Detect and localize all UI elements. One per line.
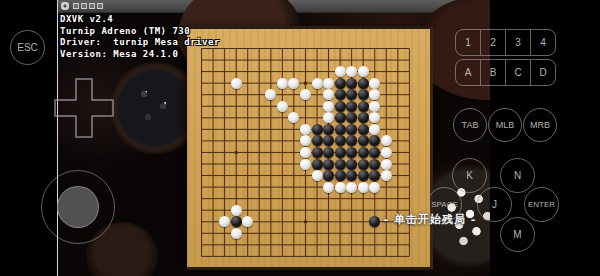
m-button[interactable]: M: [500, 217, 535, 252]
n-button[interactable]: N: [500, 158, 535, 193]
white-stone: [381, 170, 392, 181]
space-button[interactable]: SPACE: [427, 187, 462, 222]
titlebar-square-icon[interactable]: [89, 3, 95, 9]
button-2[interactable]: 2: [480, 30, 505, 55]
white-stone: [335, 182, 346, 193]
black-stone: [346, 147, 357, 158]
black-stone: [335, 159, 346, 170]
titlebar-square-icon[interactable]: [73, 3, 79, 9]
go-board[interactable]: - 单击开始残局 -: [187, 26, 433, 270]
white-stone: [323, 78, 334, 89]
button-1[interactable]: 1: [456, 30, 480, 55]
black-stone: [358, 147, 369, 158]
esc-button[interactable]: ESC: [10, 30, 45, 65]
game-window: - 单击开始残局 - DXVK v2.4Turnip Adreno (TM) 7…: [57, 0, 490, 276]
j-button[interactable]: J: [477, 187, 512, 222]
button-a[interactable]: A: [456, 60, 480, 85]
black-stone: [231, 216, 242, 227]
white-stone: [312, 170, 323, 181]
black-stone: [346, 78, 357, 89]
hoshi-point: [304, 220, 308, 224]
black-stone: [358, 159, 369, 170]
button-b[interactable]: B: [480, 60, 505, 85]
hud-line: Turnip Adreno (TM) 730: [60, 26, 220, 38]
white-stone: [323, 182, 334, 193]
white-stone: [358, 182, 369, 193]
white-stone: [312, 78, 323, 89]
tab-button[interactable]: TAB: [453, 108, 487, 142]
white-stone: [231, 78, 242, 89]
white-stone: [277, 78, 288, 89]
black-stone: [358, 170, 369, 181]
black-stone: [358, 112, 369, 123]
white-stone: [369, 182, 380, 193]
black-stone: [358, 124, 369, 135]
white-stone: [346, 182, 357, 193]
hoshi-point: [234, 151, 238, 155]
letter-button-row: ABCD: [455, 59, 556, 86]
app-icon: [61, 2, 69, 10]
hoshi-point: [304, 81, 308, 85]
black-stone: [335, 135, 346, 146]
start-endgame-banner[interactable]: - 单击开始残局 -: [360, 212, 490, 227]
black-stone: [323, 147, 334, 158]
white-stone: [381, 159, 392, 170]
black-stone: [323, 159, 334, 170]
black-stone: [358, 89, 369, 100]
white-stone: [288, 78, 299, 89]
button-4[interactable]: 4: [530, 30, 555, 55]
black-stone: [312, 124, 323, 135]
white-stone: [358, 66, 369, 77]
white-stone: [277, 101, 288, 112]
mlb-button[interactable]: MLB: [488, 108, 522, 142]
black-stone: [346, 124, 357, 135]
titlebar-square-icon[interactable]: [97, 3, 103, 9]
white-stone: [369, 101, 380, 112]
black-stone: [369, 159, 380, 170]
black-stone: [335, 147, 346, 158]
mrb-button[interactable]: MRB: [523, 108, 557, 142]
titlebar-square-icon[interactable]: [81, 3, 87, 9]
hud-line: Driver: turnip Mesa driver: [60, 37, 220, 49]
dxvk-hud: DXVK v2.4Turnip Adreno (TM) 730Driver: t…: [60, 14, 220, 60]
white-stone: [231, 228, 242, 239]
black-stone: [335, 170, 346, 181]
black-stone: [335, 78, 346, 89]
black-stone: [335, 101, 346, 112]
enter-button[interactable]: ENTER: [524, 187, 559, 222]
white-stone: [300, 159, 311, 170]
hud-line: DXVK v2.4: [60, 14, 220, 26]
white-stone: [323, 101, 334, 112]
white-stone: [369, 78, 380, 89]
dpad-control[interactable]: [54, 78, 114, 138]
black-stone: [323, 124, 334, 135]
hud-line: Version: Mesa 24.1.0: [60, 49, 220, 61]
black-stone: [335, 89, 346, 100]
screen: - 单击开始残局 - DXVK v2.4Turnip Adreno (TM) 7…: [0, 0, 600, 276]
button-3[interactable]: 3: [505, 30, 530, 55]
white-stone: [300, 124, 311, 135]
number-button-row: 1234: [455, 29, 556, 56]
k-button[interactable]: K: [452, 158, 487, 193]
black-stone: [346, 101, 357, 112]
white-stone: [381, 147, 392, 158]
window-titlebar: [58, 0, 490, 13]
black-stone: [312, 159, 323, 170]
white-stone: [335, 66, 346, 77]
black-stone: [335, 124, 346, 135]
black-stone: [358, 78, 369, 89]
white-stone: [231, 205, 242, 216]
white-stone: [300, 147, 311, 158]
black-stone: [312, 135, 323, 146]
black-stone: [335, 112, 346, 123]
black-stone: [312, 147, 323, 158]
black-stone: [358, 101, 369, 112]
button-c[interactable]: C: [505, 60, 530, 85]
black-stone: [346, 159, 357, 170]
analog-stick-knob[interactable]: [57, 186, 99, 228]
button-d[interactable]: D: [530, 60, 555, 85]
